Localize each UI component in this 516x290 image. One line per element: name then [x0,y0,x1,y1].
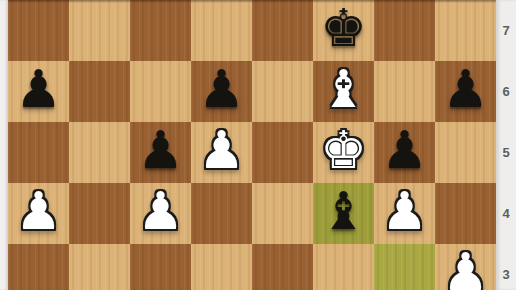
board-left-gutter [0,0,8,290]
black-bishop-f4[interactable]: ♝ [320,181,367,242]
square-e7[interactable] [252,0,313,61]
square-e5[interactable] [252,122,313,183]
white-pawn-d5[interactable]: ♟ [198,120,245,181]
rank-label-6: 6 [496,84,516,100]
square-a7[interactable] [8,0,69,61]
chess-app-screen: ♚♟♟♝♟♟♟♚♟♟♟♝♟♟ 76543 [0,0,516,290]
black-pawn-g5[interactable]: ♟ [381,120,428,181]
square-f5[interactable]: ♚ [313,122,374,183]
square-h4[interactable] [435,183,496,244]
white-pawn-g4[interactable]: ♟ [381,181,428,242]
square-b5[interactable] [69,122,130,183]
square-c3[interactable] [130,244,191,290]
square-a5[interactable] [8,122,69,183]
square-g5[interactable]: ♟ [374,122,435,183]
square-a6[interactable]: ♟ [8,61,69,122]
square-d5[interactable]: ♟ [191,122,252,183]
square-h5[interactable] [435,122,496,183]
square-e4[interactable] [252,183,313,244]
black-king-f7[interactable]: ♚ [320,0,367,59]
black-pawn-c5[interactable]: ♟ [137,120,184,181]
rank-label-7: 7 [496,23,516,39]
square-h3[interactable]: ♟ [435,244,496,290]
white-pawn-h3[interactable]: ♟ [442,242,489,290]
white-bishop-f6[interactable]: ♝ [320,59,367,120]
rank-label-3: 3 [496,267,516,283]
white-pawn-a4[interactable]: ♟ [15,181,62,242]
white-pawn-c4[interactable]: ♟ [137,181,184,242]
square-c6[interactable] [130,61,191,122]
square-c4[interactable]: ♟ [130,183,191,244]
black-pawn-a6[interactable]: ♟ [15,59,62,120]
square-g7[interactable] [374,0,435,61]
white-king-f5[interactable]: ♚ [320,120,367,181]
chess-board-wrap: ♚♟♟♝♟♟♟♚♟♟♟♝♟♟ [8,0,496,290]
square-b4[interactable] [69,183,130,244]
square-h7[interactable] [435,0,496,61]
square-b6[interactable] [69,61,130,122]
square-g6[interactable] [374,61,435,122]
rank-label-5: 5 [496,145,516,161]
rank-labels-gutter: 76543 [496,0,516,290]
square-f4[interactable]: ♝ [313,183,374,244]
square-f3[interactable] [313,244,374,290]
square-d7[interactable] [191,0,252,61]
black-pawn-h6[interactable]: ♟ [442,59,489,120]
square-g3[interactable] [374,244,435,290]
square-e6[interactable] [252,61,313,122]
square-h6[interactable]: ♟ [435,61,496,122]
square-f6[interactable]: ♝ [313,61,374,122]
square-a3[interactable] [8,244,69,290]
square-g4[interactable]: ♟ [374,183,435,244]
square-f7[interactable]: ♚ [313,0,374,61]
square-b7[interactable] [69,0,130,61]
square-d3[interactable] [191,244,252,290]
square-d6[interactable]: ♟ [191,61,252,122]
rank-label-4: 4 [496,206,516,222]
black-pawn-d6[interactable]: ♟ [198,59,245,120]
square-e3[interactable] [252,244,313,290]
square-d4[interactable] [191,183,252,244]
square-a4[interactable]: ♟ [8,183,69,244]
square-b3[interactable] [69,244,130,290]
square-c5[interactable]: ♟ [130,122,191,183]
square-c7[interactable] [130,0,191,61]
chess-board: ♚♟♟♝♟♟♟♚♟♟♟♝♟♟ [8,0,496,290]
